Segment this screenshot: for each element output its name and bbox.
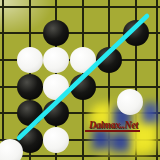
black-stone bbox=[43, 20, 69, 46]
white-stone bbox=[17, 47, 43, 73]
grid-line-vertical-0 bbox=[2, 0, 4, 160]
floating-white-stone-1 bbox=[117, 89, 143, 115]
grid-line-horizontal-0 bbox=[0, 6, 160, 8]
gomoku-screenshot: Dalmax..Net bbox=[0, 0, 160, 160]
white-stone bbox=[70, 47, 96, 73]
black-stone bbox=[123, 20, 149, 46]
black-stone bbox=[43, 100, 69, 126]
grid-line-vertical-4 bbox=[108, 0, 110, 160]
white-stone bbox=[43, 74, 69, 100]
white-stone bbox=[43, 127, 69, 153]
black-stone bbox=[17, 74, 43, 100]
black-stone bbox=[96, 47, 122, 73]
black-stone bbox=[17, 100, 43, 126]
grid-line-vertical-6 bbox=[156, 0, 158, 160]
black-stone bbox=[70, 74, 96, 100]
white-stone bbox=[43, 47, 69, 73]
grid-line-horizontal-6 bbox=[0, 155, 160, 157]
